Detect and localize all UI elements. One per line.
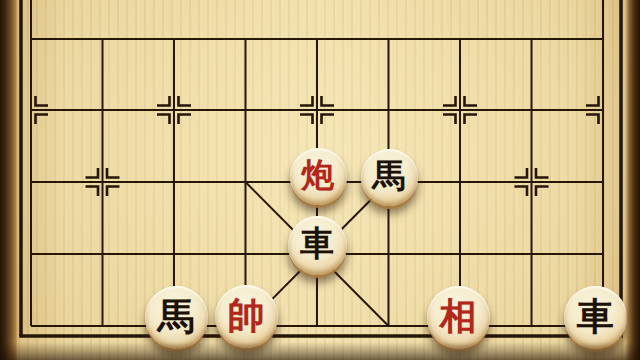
piece-black-horse-c1[interactable]: 馬 xyxy=(145,286,208,349)
xiangqi-app-screen: 炮馬車馬帥相車 xyxy=(0,0,640,360)
piece-red-cannon-e3[interactable]: 炮 xyxy=(290,148,347,205)
piece-character: 帥 xyxy=(228,297,265,334)
piece-character: 炮 xyxy=(302,159,335,192)
piece-red-general-d1[interactable]: 帥 xyxy=(215,285,278,348)
piece-character: 相 xyxy=(440,298,477,335)
piece-character: 馬 xyxy=(158,298,195,335)
piece-character: 車 xyxy=(300,227,334,261)
board-left-edge xyxy=(0,0,18,360)
piece-black-chariot-i1[interactable]: 車 xyxy=(564,286,627,349)
piece-black-chariot-e2[interactable]: 車 xyxy=(288,216,347,275)
piece-character: 車 xyxy=(577,298,614,335)
piece-character: 馬 xyxy=(373,160,406,193)
bottom-shadow-vignette xyxy=(0,342,640,360)
piece-red-elephant-g1[interactable]: 相 xyxy=(427,286,490,349)
piece-black-horse-f3[interactable]: 馬 xyxy=(361,149,418,206)
board-right-edge xyxy=(625,0,640,360)
xiangqi-board[interactable]: 炮馬車馬帥相車 xyxy=(0,0,640,360)
